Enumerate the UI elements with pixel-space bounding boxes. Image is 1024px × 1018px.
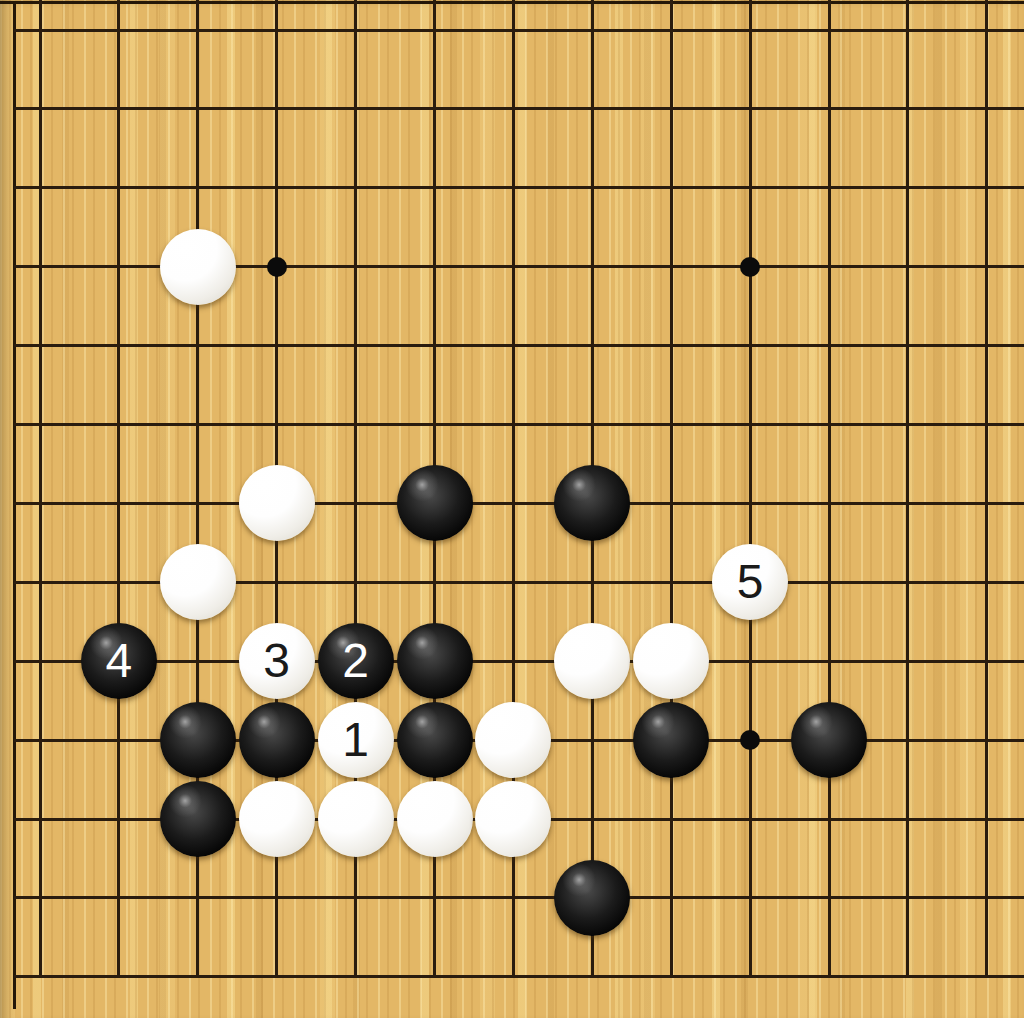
white-stone-move-3[interactable]: 3	[239, 623, 315, 699]
grid-line-vertical	[828, 0, 831, 978]
grid-line-vertical	[985, 0, 988, 978]
black-stone[interactable]	[633, 702, 709, 778]
grid-line-horizontal	[14, 107, 1024, 110]
grid-line-horizontal	[14, 344, 1024, 347]
move-number-label: 5	[737, 558, 764, 606]
white-stone[interactable]	[633, 623, 709, 699]
star-point	[740, 730, 760, 750]
black-stone[interactable]	[397, 623, 473, 699]
black-stone[interactable]	[554, 465, 630, 541]
black-stone[interactable]	[239, 702, 315, 778]
white-stone[interactable]	[239, 465, 315, 541]
move-number-label: 2	[342, 637, 369, 685]
star-point	[740, 257, 760, 277]
black-stone[interactable]	[397, 465, 473, 541]
move-number-label: 1	[342, 716, 369, 764]
black-stone[interactable]	[160, 781, 236, 857]
grid-line-horizontal	[14, 896, 1024, 899]
go-board[interactable]: 54321	[0, 0, 1024, 1018]
move-number-label: 4	[106, 637, 133, 685]
white-stone[interactable]	[318, 781, 394, 857]
black-stone[interactable]	[397, 702, 473, 778]
black-stone-move-4[interactable]: 4	[81, 623, 157, 699]
grid-line-vertical	[749, 0, 752, 978]
black-stone[interactable]	[791, 702, 867, 778]
move-number-label: 3	[263, 637, 290, 685]
black-stone[interactable]	[554, 860, 630, 936]
white-stone[interactable]	[397, 781, 473, 857]
black-stone[interactable]	[160, 702, 236, 778]
grid-line-horizontal	[14, 975, 1024, 978]
black-stone-move-2[interactable]: 2	[318, 623, 394, 699]
grid-line-horizontal	[14, 29, 1024, 32]
white-stone[interactable]	[160, 229, 236, 305]
grid-line-vertical	[117, 0, 120, 978]
white-stone[interactable]	[239, 781, 315, 857]
grid-line-horizontal	[14, 502, 1024, 505]
grid-line-horizontal	[14, 186, 1024, 189]
white-stone-move-1[interactable]: 1	[318, 702, 394, 778]
white-stone[interactable]	[160, 544, 236, 620]
grid-line-horizontal	[14, 660, 1024, 663]
white-stone[interactable]	[475, 781, 551, 857]
grid-line-vertical	[906, 0, 909, 978]
white-stone[interactable]	[554, 623, 630, 699]
white-stone-move-5[interactable]: 5	[712, 544, 788, 620]
grid-line-horizontal	[14, 423, 1024, 426]
board-frame-left	[13, 1, 16, 1009]
white-stone[interactable]	[475, 702, 551, 778]
grid-line-vertical	[670, 0, 673, 978]
star-point	[267, 257, 287, 277]
grid-line-vertical	[39, 0, 42, 978]
